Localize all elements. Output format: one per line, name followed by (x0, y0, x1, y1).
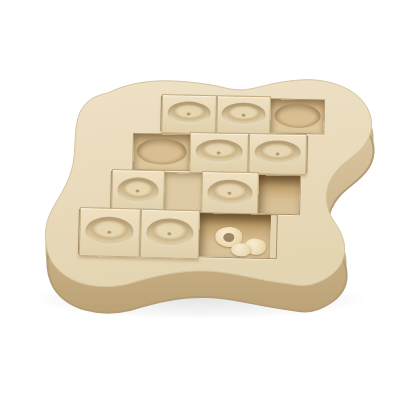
finger-dimple (146, 217, 194, 247)
finger-dimple (167, 101, 211, 125)
dog-puzzle-board (0, 0, 400, 400)
finger-dimple (254, 140, 301, 165)
treat-pile (214, 226, 267, 256)
treat-compartment (199, 213, 271, 258)
open-shallow-compartment (164, 173, 202, 212)
treat-pit (137, 138, 187, 165)
finger-dimple (85, 216, 134, 246)
puzzle-track-row-1 (160, 96, 325, 134)
slider-cover[interactable] (79, 207, 141, 258)
slider-cover[interactable] (248, 133, 307, 175)
slider-cover[interactable] (161, 94, 216, 134)
finger-dimple (207, 179, 253, 206)
slider-cover[interactable] (139, 209, 200, 260)
open-pit-compartment (271, 99, 324, 133)
slider-cover[interactable] (190, 132, 249, 174)
finger-dimple (222, 102, 266, 126)
open-deep-compartment (258, 175, 300, 214)
puzzle-track-row-4 (78, 209, 278, 259)
slider-cover[interactable] (216, 95, 271, 135)
puzzle-tracks (0, 0, 400, 400)
slider-cover[interactable] (201, 171, 259, 216)
treat-pit (274, 103, 321, 128)
finger-dimple (196, 139, 243, 164)
finger-dimple (117, 177, 159, 204)
open-pit-compartment (133, 134, 190, 170)
puzzle-track-row-2 (132, 133, 308, 173)
treat-kibble (231, 242, 251, 256)
